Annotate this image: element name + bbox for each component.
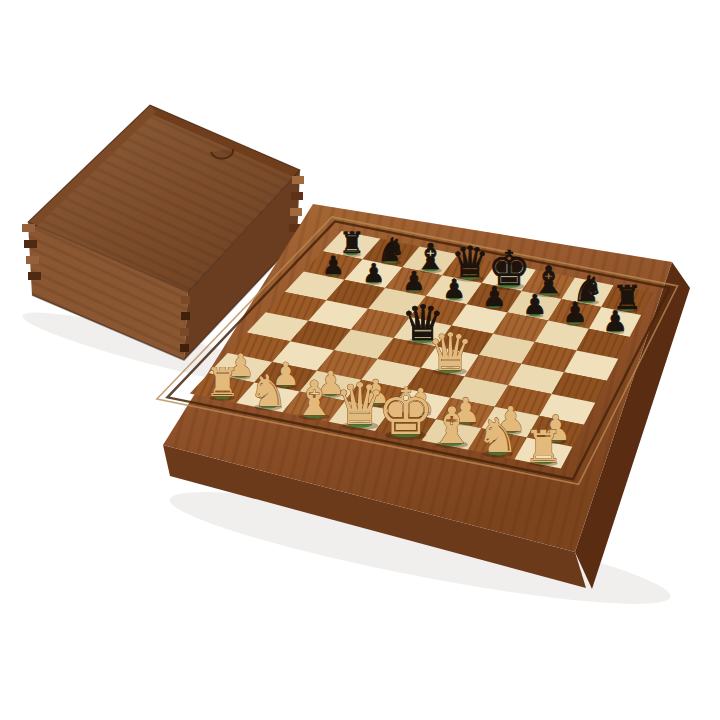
white-rook-glyph: ♜ <box>205 360 240 405</box>
piece-white-bishop-c1[interactable]: ♝ <box>293 371 336 426</box>
piece-white-rook-h1[interactable]: ♜ <box>524 421 563 472</box>
piece-white-knight-g1[interactable]: ♞ <box>477 408 519 463</box>
piece-white-queen-e4[interactable]: ♛ <box>427 322 474 382</box>
product-photo-chess-set: ♜♞♝♟♛♟♚♟♝♟♞♟♜♟♟♟♛♛♟♟♟♜♟♞♟♝♟♛♟♚♟♝♞♜ <box>0 0 720 720</box>
piece-white-bishop-f1[interactable]: ♝ <box>429 396 474 455</box>
black-pawn-glyph: ♟ <box>442 273 466 304</box>
black-pawn-glyph: ♟ <box>522 289 547 320</box>
piece-black-pawn-a7[interactable]: ♟ <box>322 251 344 280</box>
black-pawn-glyph: ♟ <box>482 281 506 312</box>
piece-white-king-e1[interactable]: ♚ <box>377 375 434 449</box>
white-king-glyph: ♚ <box>377 375 434 449</box>
black-pawn-glyph: ♟ <box>562 296 587 329</box>
white-knight-glyph: ♞ <box>477 408 519 463</box>
white-bishop-glyph: ♝ <box>293 371 336 426</box>
black-pawn-glyph: ♟ <box>362 258 385 288</box>
piece-black-pawn-h7[interactable]: ♟ <box>603 305 628 338</box>
piece-black-pawn-e7[interactable]: ♟ <box>482 281 506 312</box>
white-rook-glyph: ♜ <box>524 421 563 472</box>
black-pawn-glyph: ♟ <box>402 266 425 296</box>
piece-black-pawn-d7[interactable]: ♟ <box>442 273 466 304</box>
piece-black-pawn-b7[interactable]: ♟ <box>362 258 385 288</box>
white-queen-glyph: ♛ <box>427 322 474 382</box>
piece-black-pawn-f7[interactable]: ♟ <box>522 289 547 320</box>
black-pawn-glyph: ♟ <box>322 251 344 280</box>
piece-black-pawn-g7[interactable]: ♟ <box>562 296 587 329</box>
piece-black-pawn-c7[interactable]: ♟ <box>402 266 425 296</box>
piece-white-rook-a1[interactable]: ♜ <box>205 360 240 405</box>
piece-white-knight-b1[interactable]: ♞ <box>249 365 288 416</box>
black-pawn-glyph: ♟ <box>603 305 628 338</box>
white-knight-glyph: ♞ <box>249 365 288 416</box>
white-bishop-glyph: ♝ <box>429 396 474 455</box>
scene-canvas: ♜♞♝♟♛♟♚♟♝♟♞♟♜♟♟♟♛♛♟♟♟♜♟♞♟♝♟♛♟♚♟♝♞♜ <box>0 0 720 720</box>
